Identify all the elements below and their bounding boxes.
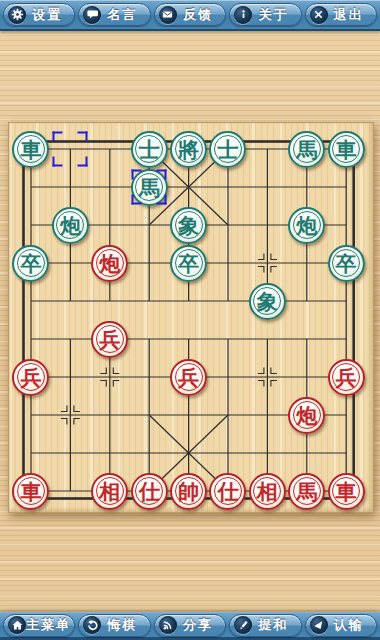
board-point[interactable] — [11, 168, 50, 206]
settings-button[interactable]: 设置 — [3, 3, 75, 26]
board-point[interactable]: 仕 — [208, 472, 247, 510]
board-point[interactable] — [90, 206, 129, 244]
rss-icon — [159, 616, 177, 634]
board-point[interactable] — [169, 282, 208, 320]
board-point[interactable]: 仕 — [129, 472, 168, 510]
share-button[interactable]: 分享 — [154, 614, 226, 637]
flag-icon — [310, 616, 328, 634]
button-label: 主菜单 — [26, 616, 68, 634]
board-point[interactable]: 兵 — [90, 320, 129, 358]
board-point[interactable] — [287, 282, 326, 320]
board-point[interactable] — [169, 396, 208, 434]
board-point[interactable] — [326, 168, 365, 206]
board-point[interactable]: 馬 — [287, 130, 326, 168]
board-point[interactable] — [51, 244, 90, 282]
board-point[interactable]: 車 — [11, 472, 50, 510]
board-point[interactable] — [248, 244, 287, 282]
piece-glyph: 相 — [257, 480, 278, 501]
board-point[interactable] — [90, 282, 129, 320]
board-point[interactable] — [208, 396, 247, 434]
button-label: 认输 — [328, 616, 370, 634]
board-point[interactable]: 炮 — [287, 396, 326, 434]
piece-glyph: 車 — [20, 138, 41, 159]
top-toolbar: 设置名言反馈关于退出 — [0, 0, 380, 31]
board-point[interactable]: 卒 — [11, 244, 50, 282]
board-point[interactable] — [90, 168, 129, 206]
board-point[interactable] — [129, 244, 168, 282]
black-soldier[interactable]: 卒 — [328, 245, 365, 282]
button-label: 悔棋 — [101, 616, 143, 634]
black-horse[interactable]: 馬 — [131, 169, 168, 206]
exit-button[interactable]: 退出 — [305, 3, 377, 26]
board-point[interactable] — [169, 168, 208, 206]
piece-glyph: 兵 — [178, 366, 199, 387]
board-point[interactable] — [287, 244, 326, 282]
board-point[interactable] — [169, 320, 208, 358]
board-point[interactable] — [90, 358, 129, 396]
board-point[interactable] — [51, 130, 90, 168]
board-point[interactable] — [208, 434, 247, 472]
board-point[interactable]: 車 — [11, 130, 50, 168]
board-point[interactable] — [51, 320, 90, 358]
board-point[interactable] — [51, 282, 90, 320]
board-point[interactable] — [169, 434, 208, 472]
board-point[interactable] — [248, 320, 287, 358]
piece-glyph: 象 — [257, 290, 278, 311]
board-point[interactable] — [51, 396, 90, 434]
board-point[interactable] — [11, 320, 50, 358]
xiangqi-app: 设置名言反馈关于退出 車士將士馬車馬炮象炮卒炮卒卒象兵兵兵兵炮車相仕帥仕相馬車 … — [0, 0, 380, 640]
board-point[interactable]: 帥 — [169, 472, 208, 510]
red-elephant[interactable]: 相 — [249, 473, 286, 510]
board-point[interactable] — [129, 396, 168, 434]
board-point[interactable]: 將 — [169, 130, 208, 168]
board-point[interactable] — [208, 244, 247, 282]
board-point[interactable]: 卒 — [169, 244, 208, 282]
gear-icon — [8, 6, 26, 24]
board-point[interactable]: 兵 — [326, 358, 365, 396]
bottom-toolbar: 主菜单悔棋分享提和认输 — [0, 612, 380, 640]
board-point[interactable] — [129, 320, 168, 358]
piece-glyph: 兵 — [336, 366, 357, 387]
board-point[interactable] — [208, 320, 247, 358]
board-point[interactable] — [90, 396, 129, 434]
board-point[interactable]: 炮 — [51, 206, 90, 244]
piece-glyph: 車 — [20, 480, 41, 501]
board-point[interactable] — [51, 472, 90, 510]
board-point[interactable]: 卒 — [326, 244, 365, 282]
black-soldier[interactable]: 卒 — [170, 245, 207, 282]
xiangqi-board: 車士將士馬車馬炮象炮卒炮卒卒象兵兵兵兵炮車相仕帥仕相馬車 — [8, 122, 374, 513]
button-label: 分享 — [177, 616, 219, 634]
board-point[interactable] — [51, 434, 90, 472]
feedback-button[interactable]: 反馈 — [154, 3, 226, 26]
black-general[interactable]: 將 — [170, 131, 207, 168]
about-button[interactable]: 关于 — [229, 3, 301, 26]
board-point[interactable] — [90, 130, 129, 168]
board-point[interactable] — [248, 396, 287, 434]
board-point[interactable]: 相 — [90, 472, 129, 510]
board-point[interactable] — [326, 396, 365, 434]
board-grid: 車士將士馬車馬炮象炮卒炮卒卒象兵兵兵兵炮車相仕帥仕相馬車 — [11, 130, 366, 510]
button-label: 反馈 — [177, 6, 219, 24]
board-point[interactable] — [248, 168, 287, 206]
board-point[interactable]: 相 — [248, 472, 287, 510]
red-chariot[interactable]: 車 — [12, 473, 49, 510]
red-general[interactable]: 帥 — [170, 473, 207, 510]
button-label: 设置 — [26, 6, 68, 24]
red-soldier[interactable]: 兵 — [170, 359, 207, 396]
piece-glyph: 馬 — [296, 480, 317, 501]
board-point[interactable]: 炮 — [90, 244, 129, 282]
piece-glyph: 象 — [178, 214, 199, 235]
piece-glyph: 兵 — [99, 328, 120, 349]
quotes-button[interactable]: 名言 — [78, 3, 150, 26]
piece-glyph: 炮 — [99, 252, 120, 273]
board-point[interactable] — [90, 434, 129, 472]
main-menu-button[interactable]: 主菜单 — [3, 614, 75, 637]
board-point[interactable] — [287, 168, 326, 206]
piece-glyph: 車 — [336, 138, 357, 159]
red-cannon[interactable]: 炮 — [91, 245, 128, 282]
board-point[interactable] — [11, 434, 50, 472]
board-point[interactable]: 兵 — [169, 358, 208, 396]
black-cannon[interactable]: 炮 — [52, 207, 89, 244]
board-point[interactable] — [248, 358, 287, 396]
board-point[interactable] — [11, 206, 50, 244]
red-advisor[interactable]: 仕 — [131, 473, 168, 510]
black-chariot[interactable]: 車 — [328, 131, 365, 168]
red-horse[interactable]: 馬 — [288, 473, 325, 510]
piece-glyph: 馬 — [296, 138, 317, 159]
board-point[interactable] — [51, 168, 90, 206]
piece-glyph: 相 — [99, 480, 120, 501]
piece-glyph: 仕 — [139, 480, 160, 501]
piece-glyph: 炮 — [296, 404, 317, 425]
board-point[interactable] — [129, 206, 168, 244]
board-point[interactable] — [248, 206, 287, 244]
board-point[interactable] — [326, 206, 365, 244]
red-soldier[interactable]: 兵 — [12, 359, 49, 396]
close-icon — [310, 6, 328, 24]
black-advisor[interactable]: 士 — [131, 131, 168, 168]
button-label: 关于 — [252, 6, 294, 24]
board-point[interactable]: 士 — [208, 130, 247, 168]
home-icon — [8, 616, 26, 634]
board-point[interactable] — [129, 434, 168, 472]
pencil-icon — [234, 616, 252, 634]
board-point[interactable]: 車 — [326, 472, 365, 510]
button-label: 退出 — [328, 6, 370, 24]
undo-button[interactable]: 悔棋 — [78, 614, 150, 637]
black-horse[interactable]: 馬 — [288, 131, 325, 168]
board-point[interactable]: 馬 — [129, 168, 168, 206]
piece-glyph: 卒 — [178, 252, 199, 273]
board-point[interactable]: 車 — [326, 130, 365, 168]
piece-glyph: 馬 — [139, 176, 160, 197]
piece-glyph: 卒 — [20, 252, 41, 273]
black-elephant[interactable]: 象 — [249, 283, 286, 320]
black-chariot[interactable]: 車 — [12, 131, 49, 168]
board-point[interactable] — [208, 358, 247, 396]
piece-glyph: 卒 — [336, 252, 357, 273]
board-point[interactable] — [129, 282, 168, 320]
board-point[interactable] — [208, 206, 247, 244]
piece-glyph: 將 — [178, 138, 199, 159]
piece-glyph: 士 — [139, 138, 160, 159]
board-point[interactable] — [51, 358, 90, 396]
board-point[interactable] — [326, 282, 365, 320]
speech-bubble-icon — [83, 6, 101, 24]
board-point[interactable] — [248, 130, 287, 168]
piece-glyph: 車 — [336, 480, 357, 501]
board-point[interactable]: 馬 — [287, 472, 326, 510]
piece-glyph: 兵 — [20, 366, 41, 387]
board-point[interactable] — [287, 434, 326, 472]
piece-glyph: 炮 — [296, 214, 317, 235]
board-point[interactable]: 兵 — [11, 358, 50, 396]
piece-glyph: 仕 — [217, 480, 238, 501]
red-cannon[interactable]: 炮 — [288, 397, 325, 434]
offer-draw-button[interactable]: 提和 — [229, 614, 301, 637]
board-point[interactable]: 象 — [248, 282, 287, 320]
board-point[interactable] — [287, 320, 326, 358]
resign-button[interactable]: 认输 — [305, 614, 377, 637]
last-move-marker — [53, 132, 88, 167]
board-point[interactable] — [11, 396, 50, 434]
button-label: 名言 — [101, 6, 143, 24]
board-point[interactable] — [326, 434, 365, 472]
envelope-icon — [159, 6, 177, 24]
red-soldier[interactable]: 兵 — [91, 321, 128, 358]
piece-glyph: 帥 — [178, 480, 199, 501]
red-chariot[interactable]: 車 — [328, 473, 365, 510]
piece-glyph: 士 — [217, 138, 238, 159]
button-label: 提和 — [252, 616, 294, 634]
black-cannon[interactable]: 炮 — [288, 207, 325, 244]
red-elephant[interactable]: 相 — [91, 473, 128, 510]
undo-icon — [83, 616, 101, 634]
board-point[interactable] — [208, 168, 247, 206]
info-icon — [234, 6, 252, 24]
board-point[interactable]: 士 — [129, 130, 168, 168]
piece-glyph: 炮 — [60, 214, 81, 235]
board-point[interactable] — [129, 358, 168, 396]
board-point[interactable]: 象 — [169, 206, 208, 244]
board-point[interactable]: 炮 — [287, 206, 326, 244]
red-soldier[interactable]: 兵 — [328, 359, 365, 396]
black-soldier[interactable]: 卒 — [12, 245, 49, 282]
board-point[interactable] — [208, 282, 247, 320]
black-advisor[interactable]: 士 — [209, 131, 246, 168]
board-point[interactable] — [326, 320, 365, 358]
board-point[interactable] — [287, 358, 326, 396]
board-point[interactable] — [248, 434, 287, 472]
red-advisor[interactable]: 仕 — [209, 473, 246, 510]
board-point[interactable] — [11, 282, 50, 320]
black-elephant[interactable]: 象 — [170, 207, 207, 244]
